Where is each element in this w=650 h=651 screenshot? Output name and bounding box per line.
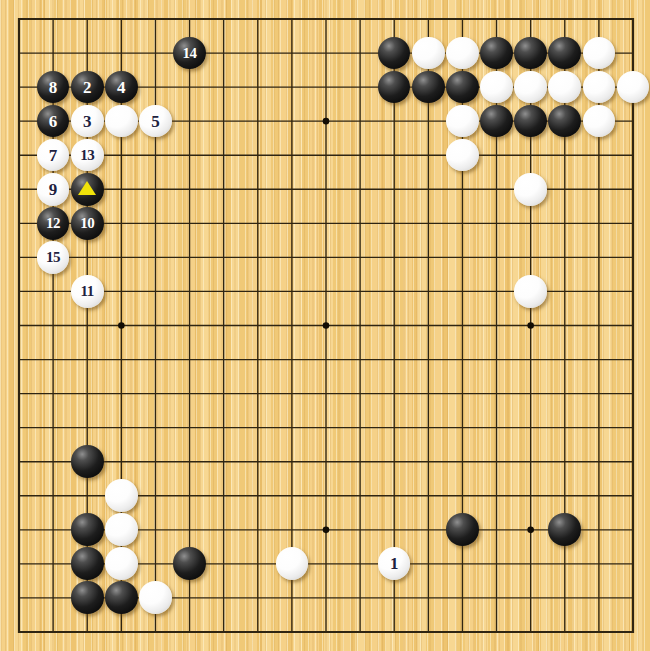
intersection[interactable] [479, 581, 513, 615]
intersection[interactable] [104, 513, 138, 547]
intersection[interactable] [241, 547, 275, 581]
intersection[interactable] [377, 513, 411, 547]
intersection[interactable] [241, 445, 275, 479]
intersection[interactable] [411, 172, 445, 206]
intersection[interactable] [479, 513, 513, 547]
intersection[interactable] [377, 342, 411, 376]
intersection[interactable] [36, 36, 70, 70]
intersection[interactable] [582, 615, 616, 649]
intersection[interactable] [70, 240, 104, 274]
intersection[interactable] [548, 70, 582, 104]
intersection[interactable] [241, 342, 275, 376]
intersection[interactable] [616, 274, 650, 308]
intersection[interactable] [343, 342, 377, 376]
intersection[interactable] [2, 342, 36, 376]
intersection[interactable] [514, 206, 548, 240]
intersection[interactable] [275, 547, 309, 581]
intersection[interactable] [582, 376, 616, 410]
intersection[interactable] [343, 104, 377, 138]
intersection[interactable] [445, 104, 479, 138]
intersection[interactable] [275, 445, 309, 479]
intersection[interactable] [582, 36, 616, 70]
intersection[interactable] [616, 104, 650, 138]
intersection[interactable] [616, 445, 650, 479]
intersection[interactable] [411, 615, 445, 649]
intersection[interactable] [377, 206, 411, 240]
intersection[interactable] [445, 547, 479, 581]
intersection[interactable] [445, 138, 479, 172]
intersection[interactable]: 6 [36, 104, 70, 138]
intersection[interactable] [241, 615, 275, 649]
intersection[interactable]: 14 [172, 36, 206, 70]
intersection[interactable] [514, 308, 548, 342]
intersection[interactable] [514, 36, 548, 70]
intersection[interactable] [343, 274, 377, 308]
intersection[interactable] [548, 308, 582, 342]
intersection[interactable] [377, 581, 411, 615]
intersection[interactable] [70, 342, 104, 376]
intersection[interactable] [445, 70, 479, 104]
intersection[interactable] [377, 172, 411, 206]
intersection[interactable] [275, 104, 309, 138]
intersection[interactable] [275, 479, 309, 513]
intersection[interactable] [70, 36, 104, 70]
intersection[interactable] [207, 104, 241, 138]
intersection[interactable] [70, 615, 104, 649]
intersection[interactable] [241, 138, 275, 172]
intersection[interactable] [343, 547, 377, 581]
intersection[interactable] [309, 36, 343, 70]
intersection[interactable] [616, 547, 650, 581]
intersection[interactable]: 10 [70, 206, 104, 240]
intersection[interactable] [36, 479, 70, 513]
intersection[interactable] [445, 445, 479, 479]
intersection[interactable] [36, 513, 70, 547]
intersection[interactable] [514, 376, 548, 410]
intersection[interactable] [616, 240, 650, 274]
intersection[interactable] [2, 411, 36, 445]
intersection[interactable] [172, 479, 206, 513]
intersection[interactable] [207, 2, 241, 36]
intersection[interactable] [343, 445, 377, 479]
intersection[interactable] [411, 445, 445, 479]
intersection[interactable] [70, 411, 104, 445]
intersection[interactable] [343, 240, 377, 274]
intersection[interactable] [2, 547, 36, 581]
intersection[interactable] [104, 445, 138, 479]
intersection[interactable] [616, 376, 650, 410]
intersection[interactable] [514, 411, 548, 445]
intersection[interactable] [582, 479, 616, 513]
intersection[interactable] [104, 104, 138, 138]
intersection[interactable] [343, 138, 377, 172]
intersection[interactable] [207, 581, 241, 615]
intersection[interactable] [616, 581, 650, 615]
intersection[interactable] [138, 240, 172, 274]
intersection[interactable] [582, 308, 616, 342]
intersection[interactable] [514, 240, 548, 274]
intersection[interactable] [411, 104, 445, 138]
intersection[interactable] [2, 274, 36, 308]
intersection[interactable] [548, 479, 582, 513]
intersection[interactable] [309, 479, 343, 513]
intersection[interactable] [343, 513, 377, 547]
intersection[interactable] [70, 376, 104, 410]
intersection[interactable] [548, 274, 582, 308]
intersection[interactable] [582, 513, 616, 547]
intersection[interactable] [343, 581, 377, 615]
intersection[interactable] [172, 240, 206, 274]
intersection[interactable] [275, 2, 309, 36]
intersection[interactable]: 15 [36, 240, 70, 274]
intersection[interactable] [616, 36, 650, 70]
intersection[interactable] [548, 615, 582, 649]
intersection[interactable] [207, 479, 241, 513]
intersection[interactable] [343, 376, 377, 410]
intersection[interactable] [548, 411, 582, 445]
intersection[interactable] [514, 104, 548, 138]
intersection[interactable] [479, 206, 513, 240]
intersection[interactable] [479, 547, 513, 581]
intersection[interactable] [2, 240, 36, 274]
intersection[interactable] [36, 581, 70, 615]
intersection[interactable] [138, 479, 172, 513]
intersection[interactable] [309, 138, 343, 172]
intersection[interactable] [479, 274, 513, 308]
intersection[interactable] [616, 513, 650, 547]
intersection[interactable] [514, 70, 548, 104]
intersection[interactable] [2, 615, 36, 649]
intersection[interactable] [309, 376, 343, 410]
intersection[interactable] [2, 104, 36, 138]
intersection[interactable] [582, 240, 616, 274]
intersection[interactable] [70, 547, 104, 581]
intersection[interactable] [275, 274, 309, 308]
intersection[interactable] [138, 70, 172, 104]
intersection[interactable] [377, 138, 411, 172]
intersection[interactable] [445, 479, 479, 513]
intersection[interactable]: 3 [70, 104, 104, 138]
intersection[interactable] [104, 2, 138, 36]
intersection[interactable] [241, 581, 275, 615]
intersection[interactable] [172, 138, 206, 172]
intersection[interactable] [309, 308, 343, 342]
intersection[interactable] [172, 274, 206, 308]
intersection[interactable] [548, 138, 582, 172]
intersection[interactable] [172, 70, 206, 104]
intersection[interactable] [275, 70, 309, 104]
intersection[interactable] [514, 513, 548, 547]
intersection[interactable]: 13 [70, 138, 104, 172]
intersection[interactable] [172, 513, 206, 547]
intersection[interactable] [138, 513, 172, 547]
intersection[interactable] [377, 615, 411, 649]
intersection[interactable] [104, 138, 138, 172]
intersection[interactable] [104, 172, 138, 206]
intersection[interactable] [343, 172, 377, 206]
intersection[interactable] [309, 615, 343, 649]
intersection[interactable] [172, 172, 206, 206]
intersection[interactable] [104, 581, 138, 615]
intersection[interactable] [445, 2, 479, 36]
intersection[interactable] [411, 308, 445, 342]
intersection[interactable] [2, 308, 36, 342]
intersection[interactable] [445, 172, 479, 206]
intersection[interactable] [548, 240, 582, 274]
intersection[interactable] [479, 376, 513, 410]
intersection[interactable] [514, 615, 548, 649]
intersection[interactable] [138, 342, 172, 376]
intersection[interactable] [207, 411, 241, 445]
intersection[interactable] [36, 376, 70, 410]
intersection[interactable] [241, 104, 275, 138]
intersection[interactable] [275, 172, 309, 206]
intersection[interactable] [616, 70, 650, 104]
intersection[interactable] [207, 70, 241, 104]
intersection[interactable] [411, 581, 445, 615]
intersection[interactable] [411, 240, 445, 274]
intersection[interactable] [275, 581, 309, 615]
intersection[interactable] [172, 547, 206, 581]
intersection[interactable]: 2 [70, 70, 104, 104]
intersection[interactable] [616, 2, 650, 36]
intersection[interactable] [138, 615, 172, 649]
intersection[interactable] [548, 104, 582, 138]
intersection[interactable] [275, 513, 309, 547]
intersection[interactable] [241, 2, 275, 36]
intersection[interactable] [309, 2, 343, 36]
intersection[interactable] [377, 36, 411, 70]
intersection[interactable] [377, 274, 411, 308]
intersection[interactable] [36, 615, 70, 649]
intersection[interactable] [207, 615, 241, 649]
intersection[interactable] [479, 2, 513, 36]
intersection[interactable] [309, 547, 343, 581]
intersection[interactable] [377, 2, 411, 36]
intersection[interactable] [207, 206, 241, 240]
intersection[interactable] [377, 376, 411, 410]
intersection[interactable] [445, 581, 479, 615]
intersection[interactable] [207, 172, 241, 206]
intersection[interactable] [2, 138, 36, 172]
intersection[interactable] [377, 104, 411, 138]
intersection[interactable] [207, 274, 241, 308]
intersection[interactable] [241, 70, 275, 104]
intersection[interactable]: 5 [138, 104, 172, 138]
intersection[interactable] [275, 240, 309, 274]
intersection[interactable] [479, 36, 513, 70]
intersection[interactable] [275, 376, 309, 410]
intersection[interactable] [582, 70, 616, 104]
intersection[interactable] [207, 138, 241, 172]
intersection[interactable] [445, 411, 479, 445]
intersection[interactable] [104, 274, 138, 308]
intersection[interactable] [548, 513, 582, 547]
intersection[interactable] [514, 342, 548, 376]
intersection[interactable] [36, 411, 70, 445]
intersection[interactable] [582, 445, 616, 479]
intersection[interactable] [616, 172, 650, 206]
intersection[interactable] [70, 308, 104, 342]
intersection[interactable]: 7 [36, 138, 70, 172]
intersection[interactable] [138, 36, 172, 70]
intersection[interactable] [548, 376, 582, 410]
intersection[interactable] [411, 342, 445, 376]
intersection[interactable] [138, 581, 172, 615]
intersection[interactable] [2, 36, 36, 70]
intersection[interactable] [479, 342, 513, 376]
intersection[interactable] [241, 36, 275, 70]
intersection[interactable] [411, 411, 445, 445]
intersection[interactable] [309, 240, 343, 274]
intersection[interactable] [582, 581, 616, 615]
intersection[interactable] [479, 70, 513, 104]
intersection[interactable] [138, 138, 172, 172]
intersection[interactable] [582, 104, 616, 138]
intersection[interactable] [514, 274, 548, 308]
intersection[interactable] [343, 615, 377, 649]
intersection[interactable] [2, 172, 36, 206]
intersection[interactable] [104, 376, 138, 410]
intersection[interactable] [343, 36, 377, 70]
intersection[interactable] [479, 615, 513, 649]
intersection[interactable] [138, 274, 172, 308]
intersection[interactable] [411, 513, 445, 547]
intersection[interactable] [138, 376, 172, 410]
intersection[interactable] [548, 547, 582, 581]
intersection[interactable] [172, 342, 206, 376]
intersection[interactable] [309, 445, 343, 479]
intersection[interactable] [616, 308, 650, 342]
intersection[interactable] [445, 36, 479, 70]
intersection[interactable] [104, 547, 138, 581]
intersection[interactable] [343, 2, 377, 36]
intersection[interactable] [514, 581, 548, 615]
intersection[interactable] [207, 445, 241, 479]
intersection[interactable] [411, 138, 445, 172]
intersection[interactable] [377, 308, 411, 342]
intersection[interactable] [411, 36, 445, 70]
intersection[interactable] [343, 70, 377, 104]
intersection[interactable] [377, 70, 411, 104]
intersection[interactable] [582, 172, 616, 206]
intersection[interactable] [411, 479, 445, 513]
intersection[interactable] [514, 445, 548, 479]
intersection[interactable] [241, 274, 275, 308]
intersection[interactable] [445, 342, 479, 376]
intersection[interactable] [241, 376, 275, 410]
intersection[interactable] [36, 2, 70, 36]
intersection[interactable] [241, 240, 275, 274]
intersection[interactable] [207, 376, 241, 410]
intersection[interactable] [582, 206, 616, 240]
intersection[interactable] [172, 308, 206, 342]
intersection[interactable] [309, 581, 343, 615]
intersection[interactable] [275, 138, 309, 172]
intersection[interactable] [275, 36, 309, 70]
intersection[interactable] [70, 445, 104, 479]
intersection[interactable] [36, 308, 70, 342]
intersection[interactable] [514, 138, 548, 172]
intersection[interactable] [138, 547, 172, 581]
intersection[interactable] [309, 70, 343, 104]
intersection[interactable] [36, 445, 70, 479]
intersection[interactable] [172, 411, 206, 445]
intersection[interactable] [445, 376, 479, 410]
intersection[interactable] [241, 513, 275, 547]
intersection[interactable]: 4 [104, 70, 138, 104]
intersection[interactable] [104, 206, 138, 240]
intersection[interactable] [479, 104, 513, 138]
intersection[interactable] [172, 615, 206, 649]
intersection[interactable] [514, 547, 548, 581]
intersection[interactable] [309, 104, 343, 138]
intersection[interactable] [582, 274, 616, 308]
intersection[interactable] [343, 308, 377, 342]
intersection[interactable]: 12 [36, 206, 70, 240]
intersection[interactable]: 11 [70, 274, 104, 308]
intersection[interactable] [377, 445, 411, 479]
intersection[interactable] [2, 376, 36, 410]
intersection[interactable] [2, 479, 36, 513]
intersection[interactable] [104, 479, 138, 513]
intersection[interactable] [275, 342, 309, 376]
intersection[interactable] [70, 479, 104, 513]
intersection[interactable] [309, 411, 343, 445]
intersection[interactable] [275, 308, 309, 342]
intersection[interactable] [309, 513, 343, 547]
intersection[interactable] [548, 342, 582, 376]
intersection[interactable] [104, 342, 138, 376]
intersection[interactable] [377, 240, 411, 274]
intersection[interactable] [616, 615, 650, 649]
intersection[interactable] [479, 479, 513, 513]
intersection[interactable] [138, 308, 172, 342]
intersection[interactable] [411, 274, 445, 308]
intersection[interactable] [616, 479, 650, 513]
intersection[interactable] [207, 547, 241, 581]
intersection[interactable] [172, 104, 206, 138]
intersection[interactable] [241, 411, 275, 445]
intersection[interactable] [241, 308, 275, 342]
intersection[interactable] [411, 547, 445, 581]
intersection[interactable] [582, 138, 616, 172]
intersection[interactable] [616, 206, 650, 240]
intersection[interactable] [582, 342, 616, 376]
intersection[interactable] [514, 172, 548, 206]
intersection[interactable] [411, 206, 445, 240]
intersection[interactable] [616, 411, 650, 445]
intersection[interactable] [445, 308, 479, 342]
intersection[interactable] [548, 581, 582, 615]
intersection[interactable] [377, 411, 411, 445]
intersection[interactable] [36, 547, 70, 581]
intersection[interactable] [445, 615, 479, 649]
intersection[interactable] [275, 615, 309, 649]
intersection[interactable] [275, 206, 309, 240]
intersection[interactable] [445, 240, 479, 274]
intersection[interactable] [70, 2, 104, 36]
intersection[interactable] [70, 172, 104, 206]
intersection[interactable] [138, 445, 172, 479]
intersection[interactable] [172, 376, 206, 410]
intersection[interactable] [514, 479, 548, 513]
intersection[interactable] [138, 172, 172, 206]
intersection[interactable] [309, 172, 343, 206]
intersection[interactable] [548, 36, 582, 70]
intersection[interactable] [411, 2, 445, 36]
intersection[interactable] [172, 445, 206, 479]
